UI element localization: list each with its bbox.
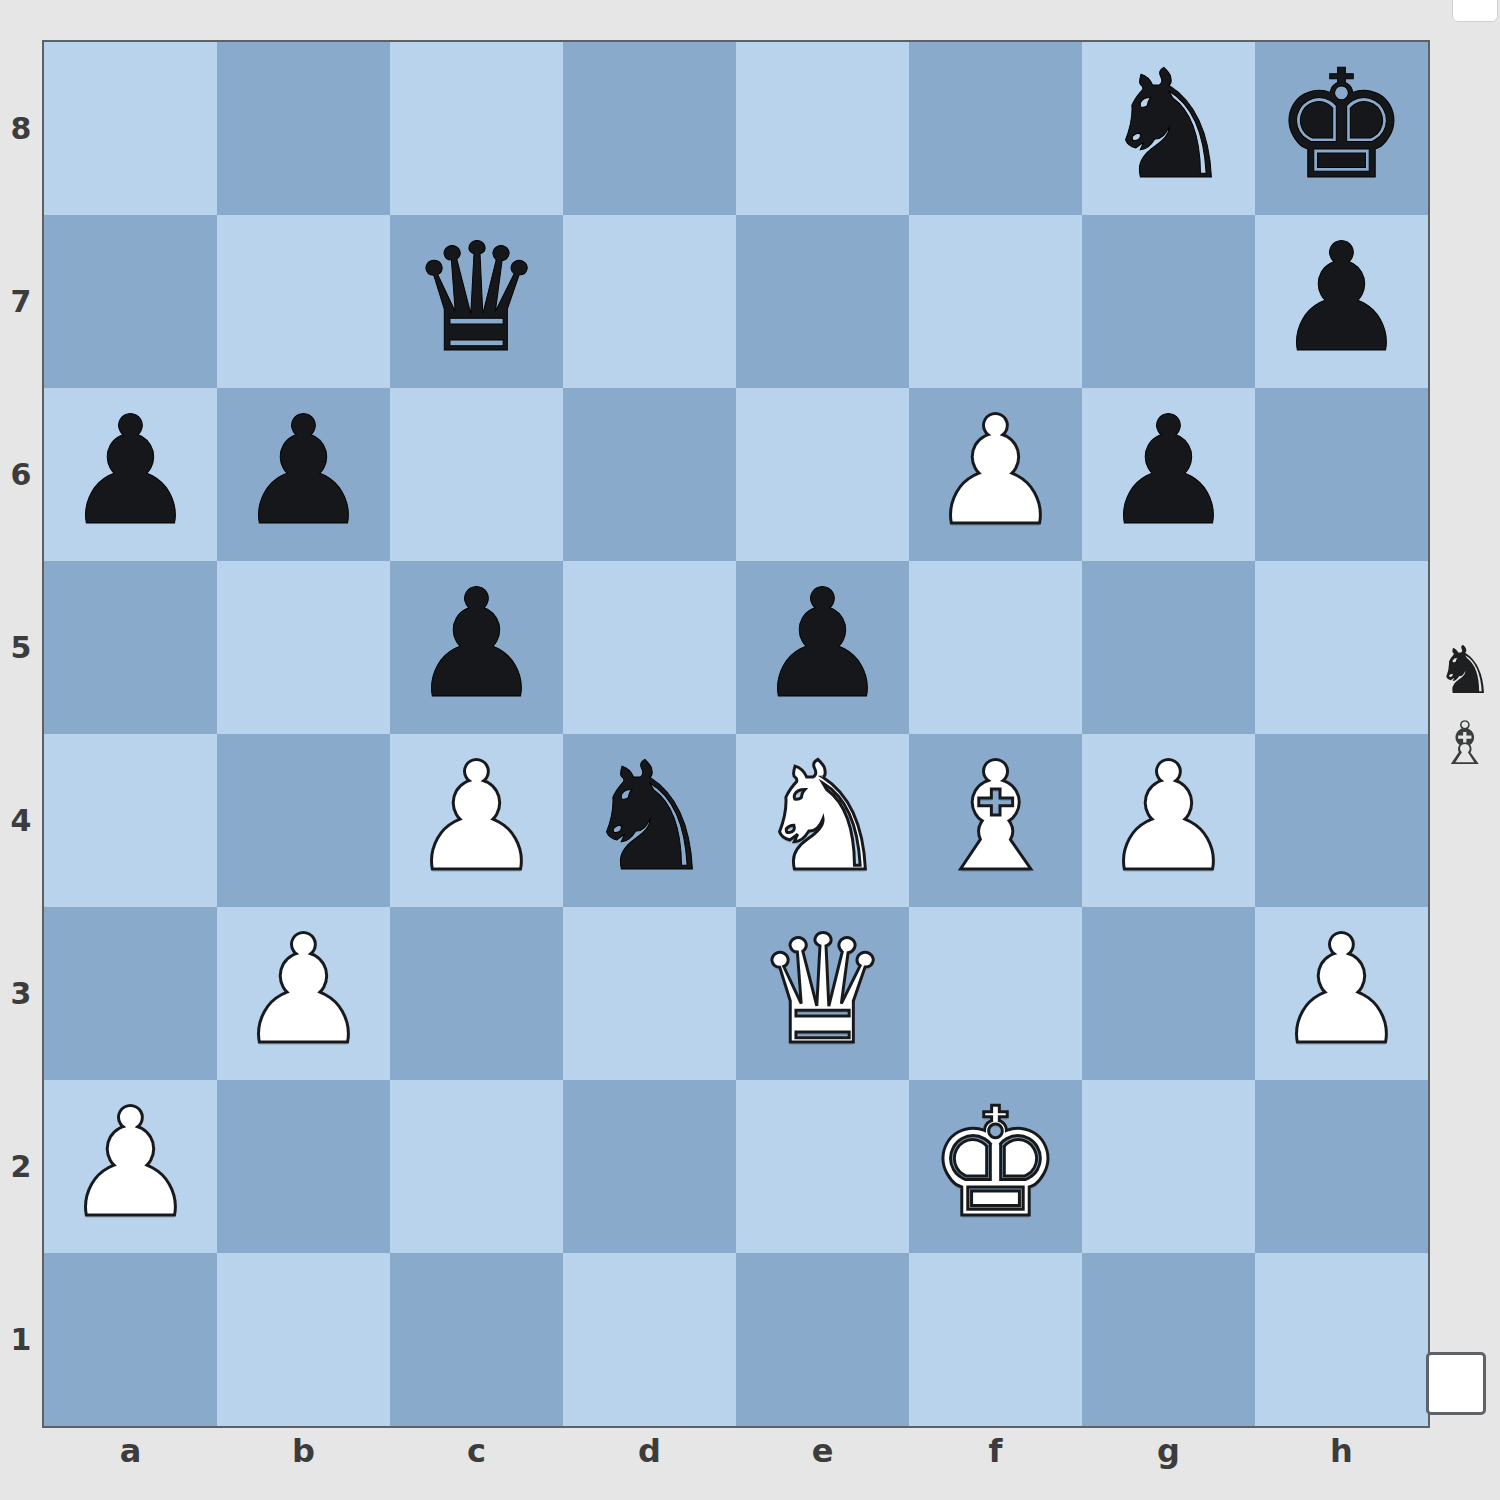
square-h1[interactable] — [1255, 1253, 1428, 1426]
square-h4[interactable] — [1255, 734, 1428, 907]
square-h7[interactable]: ♟ — [1255, 215, 1428, 388]
square-e6[interactable] — [736, 388, 909, 561]
white-pawn-f6[interactable]: ♟ — [928, 396, 1062, 546]
square-f2[interactable]: ♚ — [909, 1080, 1082, 1253]
black-pawn-g6[interactable]: ♟ — [1101, 396, 1235, 546]
square-a5[interactable] — [44, 561, 217, 734]
square-f7[interactable] — [909, 215, 1082, 388]
square-g3[interactable] — [1082, 907, 1255, 1080]
black-pawn-b6[interactable]: ♟ — [236, 396, 370, 546]
white-queen-e3[interactable]: ♛ — [755, 915, 889, 1065]
square-b7[interactable] — [217, 215, 390, 388]
square-d2[interactable] — [563, 1080, 736, 1253]
file-label-b: b — [217, 1432, 390, 1492]
rank-label-3: 3 — [0, 907, 42, 1080]
square-f3[interactable] — [909, 907, 1082, 1080]
square-b6[interactable]: ♟ — [217, 388, 390, 561]
square-d3[interactable] — [563, 907, 736, 1080]
captured-bishop-icon: ♗ — [1430, 708, 1500, 778]
chess-board[interactable]: ♞♚♛♟♟♟♟♟♟♟♟♞♞♝♟♟♛♟♟♚ — [42, 40, 1430, 1428]
square-d4[interactable]: ♞ — [563, 734, 736, 907]
square-h2[interactable] — [1255, 1080, 1428, 1253]
square-g7[interactable] — [1082, 215, 1255, 388]
file-label-e: e — [736, 1432, 909, 1492]
square-b8[interactable] — [217, 42, 390, 215]
square-d6[interactable] — [563, 388, 736, 561]
white-pawn-b3[interactable]: ♟ — [236, 915, 370, 1065]
square-d5[interactable] — [563, 561, 736, 734]
square-h8[interactable]: ♚ — [1255, 42, 1428, 215]
square-f5[interactable] — [909, 561, 1082, 734]
white-king-f2[interactable]: ♚ — [928, 1088, 1062, 1238]
rank-label-6: 6 — [0, 388, 42, 561]
square-a6[interactable]: ♟ — [44, 388, 217, 561]
square-a3[interactable] — [44, 907, 217, 1080]
square-c8[interactable] — [390, 42, 563, 215]
black-knight-d4[interactable]: ♞ — [582, 742, 716, 892]
square-a1[interactable] — [44, 1253, 217, 1426]
square-e3[interactable]: ♛ — [736, 907, 909, 1080]
square-f6[interactable]: ♟ — [909, 388, 1082, 561]
square-g4[interactable]: ♟ — [1082, 734, 1255, 907]
file-label-g: g — [1082, 1432, 1255, 1492]
black-pawn-a6[interactable]: ♟ — [63, 396, 197, 546]
square-f8[interactable] — [909, 42, 1082, 215]
square-h5[interactable] — [1255, 561, 1428, 734]
white-pawn-h3[interactable]: ♟ — [1274, 915, 1408, 1065]
square-b2[interactable] — [217, 1080, 390, 1253]
square-b1[interactable] — [217, 1253, 390, 1426]
square-b5[interactable] — [217, 561, 390, 734]
square-g1[interactable] — [1082, 1253, 1255, 1426]
file-label-h: h — [1255, 1432, 1428, 1492]
black-queen-c7[interactable]: ♛ — [409, 223, 543, 373]
square-a2[interactable]: ♟ — [44, 1080, 217, 1253]
white-bishop-f4[interactable]: ♝ — [928, 742, 1062, 892]
black-pawn-c5[interactable]: ♟ — [409, 569, 543, 719]
square-h3[interactable]: ♟ — [1255, 907, 1428, 1080]
white-pawn-c4[interactable]: ♟ — [409, 742, 543, 892]
rank-label-8: 8 — [0, 42, 42, 215]
square-e7[interactable] — [736, 215, 909, 388]
square-g8[interactable]: ♞ — [1082, 42, 1255, 215]
square-e4[interactable]: ♞ — [736, 734, 909, 907]
square-f4[interactable]: ♝ — [909, 734, 1082, 907]
square-c3[interactable] — [390, 907, 563, 1080]
rank-label-1: 1 — [0, 1253, 42, 1426]
top-right-partial-box — [1452, 0, 1498, 22]
square-d8[interactable] — [563, 42, 736, 215]
square-a4[interactable] — [44, 734, 217, 907]
file-labels: abcdefgh — [44, 1432, 1428, 1492]
square-e8[interactable] — [736, 42, 909, 215]
white-knight-e4[interactable]: ♞ — [755, 742, 889, 892]
file-label-f: f — [909, 1432, 1082, 1492]
rank-label-5: 5 — [0, 561, 42, 734]
square-c5[interactable]: ♟ — [390, 561, 563, 734]
square-c7[interactable]: ♛ — [390, 215, 563, 388]
square-g2[interactable] — [1082, 1080, 1255, 1253]
square-h6[interactable] — [1255, 388, 1428, 561]
white-pawn-a2[interactable]: ♟ — [63, 1088, 197, 1238]
file-label-c: c — [390, 1432, 563, 1492]
square-c6[interactable] — [390, 388, 563, 561]
square-c1[interactable] — [390, 1253, 563, 1426]
square-e5[interactable]: ♟ — [736, 561, 909, 734]
sidebar: ♞ ♗ — [1430, 0, 1500, 1500]
rank-label-7: 7 — [0, 215, 42, 388]
file-label-d: d — [563, 1432, 736, 1492]
square-g6[interactable]: ♟ — [1082, 388, 1255, 561]
square-e2[interactable] — [736, 1080, 909, 1253]
square-f1[interactable] — [909, 1253, 1082, 1426]
square-c4[interactable]: ♟ — [390, 734, 563, 907]
rank-label-2: 2 — [0, 1080, 42, 1253]
captured-black-knight-icon: ♞ — [1430, 632, 1500, 709]
black-pawn-e5[interactable]: ♟ — [755, 569, 889, 719]
rank-label-4: 4 — [0, 734, 42, 907]
black-pawn-h7[interactable]: ♟ — [1274, 223, 1408, 373]
square-e1[interactable] — [736, 1253, 909, 1426]
square-d7[interactable] — [563, 215, 736, 388]
file-label-a: a — [44, 1432, 217, 1492]
square-b3[interactable]: ♟ — [217, 907, 390, 1080]
square-a7[interactable] — [44, 215, 217, 388]
black-king-h8[interactable]: ♚ — [1274, 50, 1408, 200]
square-c2[interactable] — [390, 1080, 563, 1253]
bottom-right-white-square[interactable] — [1426, 1352, 1486, 1415]
black-knight-g8[interactable]: ♞ — [1101, 50, 1235, 200]
white-pawn-g4[interactable]: ♟ — [1101, 742, 1235, 892]
square-g5[interactable] — [1082, 561, 1255, 734]
rank-labels: 87654321 — [0, 42, 42, 1426]
square-b4[interactable] — [217, 734, 390, 907]
square-d1[interactable] — [563, 1253, 736, 1426]
square-a8[interactable] — [44, 42, 217, 215]
